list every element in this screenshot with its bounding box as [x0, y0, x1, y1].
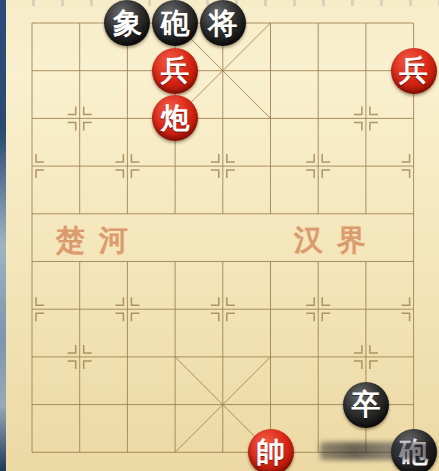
piece-black-soldier[interactable]: 卒	[343, 382, 389, 428]
piece-black-general[interactable]: 将	[200, 0, 246, 46]
left-edge-strip	[0, 0, 6, 471]
river-label-right: 汉界	[294, 221, 380, 261]
piece-red-general[interactable]: 帥	[248, 429, 294, 471]
piece-black-cannon-top[interactable]: 砲	[152, 0, 198, 46]
piece-red-soldier-center[interactable]: 兵	[152, 48, 198, 94]
piece-black-cannon-bottom[interactable]: 砲	[391, 429, 437, 471]
piece-red-soldier-right[interactable]: 兵	[391, 48, 437, 94]
xiangqi-board[interactable]: 楚河 汉界 象砲将兵兵炮卒帥砲	[0, 0, 439, 471]
river-label-left: 楚河	[56, 221, 142, 261]
game-screen: 楚河 汉界 象砲将兵兵炮卒帥砲	[0, 0, 439, 471]
